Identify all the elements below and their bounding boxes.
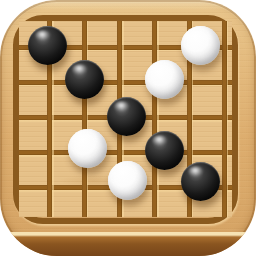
intersection-c6r4: [207, 135, 242, 170]
intersection-c5r5: [172, 170, 207, 205]
intersection-c2r2: [67, 65, 102, 100]
intersection-c5r6: [172, 205, 207, 240]
black-stone-c3r3: [107, 97, 146, 136]
black-stone-c5r5: [181, 162, 220, 201]
intersection-c2r4: [67, 135, 102, 170]
intersection-c3r1: [102, 30, 137, 65]
intersection-c4r4: [137, 135, 172, 170]
intersection-c6r6: [207, 205, 242, 240]
intersection-c2r6: [67, 205, 102, 240]
intersection-c1r5: [32, 170, 67, 205]
white-stone-c4r2: [145, 60, 184, 99]
intersection-c1r6: [32, 205, 67, 240]
intersection-grid: [32, 30, 242, 240]
intersection-c4r2: [137, 65, 172, 100]
intersection-c3r5: [102, 170, 137, 205]
intersection-c6r3: [207, 100, 242, 135]
intersection-c5r1: [172, 30, 207, 65]
intersection-c2r5: [67, 170, 102, 205]
intersection-c1r2: [32, 65, 67, 100]
intersection-c6r2: [207, 65, 242, 100]
white-stone-c2r4: [68, 129, 107, 168]
intersection-c1r3: [32, 100, 67, 135]
black-stone-c2r2: [65, 60, 104, 99]
black-stone-c4r4: [145, 131, 184, 170]
intersection-c1r1: [32, 30, 67, 65]
white-stone-c5r1: [181, 26, 220, 65]
intersection-c3r6: [102, 205, 137, 240]
white-stone-c3r5: [108, 161, 147, 200]
intersection-c4r6: [137, 205, 172, 240]
intersection-c3r3: [102, 100, 137, 135]
intersection-c3r2: [102, 65, 137, 100]
gomoku-app-icon[interactable]: [0, 0, 256, 256]
intersection-c5r3: [172, 100, 207, 135]
black-stone-c1r1: [28, 26, 67, 65]
intersection-c1r4: [32, 135, 67, 170]
